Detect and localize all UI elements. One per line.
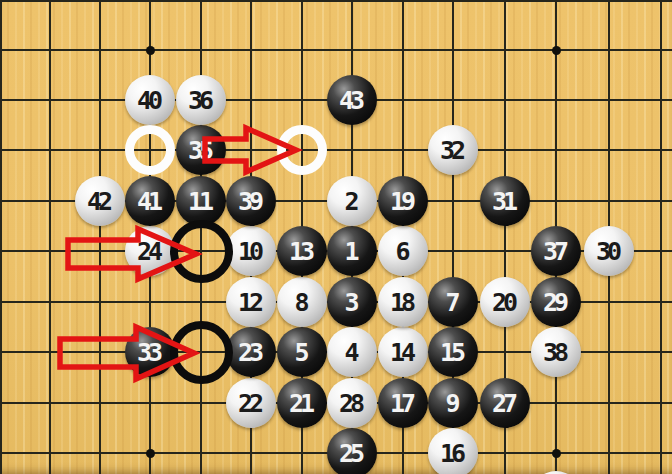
stone-6-white: 6 [378,226,428,276]
stone-29-black: 29 [531,277,581,327]
stone-17-black: 17 [378,378,428,428]
move-number: 32 [444,138,462,163]
stone-38-white: 38 [531,327,581,377]
stone-36-white: 36 [176,75,226,125]
stone-37-black: 37 [531,226,581,276]
stone-30-white: 30 [584,226,634,276]
stone-32-white: 32 [428,125,478,175]
stone-41-black: 41 [125,176,175,226]
grid-line-row-10 [0,149,672,151]
move-number: 13 [293,239,311,264]
move-number: 11 [192,189,210,214]
white-ring-annotation-g10 [277,125,327,175]
move-number: 31 [496,189,514,214]
move-number: 3 [348,290,355,315]
move-number: 19 [394,189,412,214]
move-number: 27 [496,391,514,416]
stone-12-white: 12 [226,277,276,327]
stone-9-black: 9 [428,378,478,428]
stone-8-white: 8 [277,277,327,327]
stone-4-white: 4 [327,327,377,377]
move-number: 12 [242,290,260,315]
move-number: 40 [141,88,159,113]
stone-10-white: 10 [226,226,276,276]
move-number: 29 [547,290,565,315]
stone-28-white: 28 [327,378,377,428]
stone-20-white: 20 [480,277,530,327]
white-ring-annotation-d10 [125,125,175,175]
stone-31-black: 31 [480,176,530,226]
move-number: 33 [141,340,159,365]
stone-7-black: 7 [428,277,478,327]
stone-43-black: 43 [327,75,377,125]
stone-1-black: 1 [327,226,377,276]
move-number: 43 [343,88,361,113]
stone-15-black: 15 [428,327,478,377]
move-number: 39 [242,189,260,214]
move-number: 28 [343,391,361,416]
stone-40-white: 40 [125,75,175,125]
star-point-l12 [552,46,561,55]
move-number: 18 [394,290,412,315]
star-point-d4 [146,449,155,458]
stone-21-black: 21 [277,378,327,428]
stone-24-white: 24 [125,226,175,276]
star-point-d12 [146,46,155,55]
move-number: 17 [394,391,412,416]
move-number: 36 [192,88,210,113]
stone-13-black: 13 [277,226,327,276]
black-ring-annotation-e8 [170,220,233,283]
stone-33-black: 33 [125,327,175,377]
move-number: 35 [192,138,210,163]
grid-line-row-12 [0,49,672,51]
stone-14-white: 14 [378,327,428,377]
stone-22-white: 22 [226,378,276,428]
move-number: 5 [298,340,305,365]
move-number: 1 [348,239,355,264]
move-number: 42 [91,189,109,214]
grid-line-row-13 [0,0,672,2]
move-number: 9 [449,391,456,416]
move-number: 24 [141,239,159,264]
move-number: 23 [242,340,260,365]
move-number: 16 [444,441,462,466]
stone-5-black: 5 [277,327,327,377]
move-number: 37 [547,239,565,264]
stone-18-white: 18 [378,277,428,327]
move-number: 2 [348,189,355,214]
stone-11-black: 11 [176,176,226,226]
move-number: 10 [242,239,260,264]
stone-25-black: 25 [327,428,377,474]
stone-16-white: 16 [428,428,478,474]
move-number: 22 [242,391,260,416]
gomoku-diagram: 1234567891011121314151617181920212223242… [0,0,672,474]
move-number: 21 [293,391,311,416]
move-number: 6 [399,239,406,264]
star-point-l4 [552,449,561,458]
stone-27-black: 27 [480,378,530,428]
stone-19-black: 19 [378,176,428,226]
black-ring-annotation-e6 [170,321,233,384]
move-number: 25 [343,441,361,466]
stone-2-white: 2 [327,176,377,226]
stone-35-black: 35 [176,125,226,175]
move-number: 15 [444,340,462,365]
gomoku-board: 1234567891011121314151617181920212223242… [0,0,672,474]
move-number: 8 [298,290,305,315]
move-number: 38 [547,340,565,365]
stone-23-black: 23 [226,327,276,377]
move-number: 20 [496,290,514,315]
move-number: 30 [600,239,618,264]
move-number: 14 [394,340,412,365]
stone-3-black: 3 [327,277,377,327]
move-number: 7 [449,290,456,315]
stone-42-white: 42 [75,176,125,226]
move-number: 41 [141,189,159,214]
move-number: 4 [348,340,355,365]
stone-39-black: 39 [226,176,276,226]
